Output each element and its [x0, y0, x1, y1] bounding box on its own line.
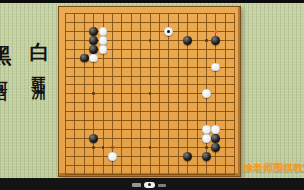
goban-grid	[61, 9, 239, 179]
top-letterbox-bar	[0, 0, 304, 3]
black-stone	[202, 152, 211, 161]
white-player-name: 韩一洲	[32, 66, 46, 78]
video-frame[interactable]: 黑 柯洁 白 韩一洲 徐老师围棋教室	[0, 0, 304, 190]
star-point	[205, 39, 208, 42]
black-stone	[89, 27, 98, 36]
white-stone	[99, 45, 108, 54]
black-stone	[80, 54, 89, 63]
black-player-name: 柯洁	[0, 68, 8, 80]
star-point	[92, 146, 95, 149]
black-stone	[183, 152, 192, 161]
quality-label	[132, 183, 141, 187]
star-point	[92, 92, 95, 95]
black-stone	[89, 45, 98, 54]
white-stone	[211, 125, 220, 134]
star-point	[205, 146, 208, 149]
go-board	[58, 6, 241, 177]
white-stone	[99, 27, 108, 36]
dot-marker	[102, 146, 105, 149]
black-stone	[183, 36, 192, 45]
star-point	[149, 146, 152, 149]
white-stone	[202, 125, 211, 134]
black-stone	[89, 36, 98, 45]
playback-toggle[interactable]	[144, 182, 155, 188]
black-stone	[211, 143, 220, 152]
white-stone	[202, 89, 211, 98]
triangle-marker	[214, 29, 218, 33]
speed-label	[158, 184, 166, 188]
white-stone	[89, 54, 98, 63]
white-stone	[202, 134, 211, 143]
black-stone	[211, 36, 220, 45]
star-point	[149, 39, 152, 42]
star-point	[149, 92, 152, 95]
black-stone	[211, 134, 220, 143]
white-stone	[99, 36, 108, 45]
channel-watermark: 徐老师围棋教室	[243, 161, 304, 174]
white-stone	[108, 152, 117, 161]
black-stone	[89, 134, 98, 143]
toggle-knob-icon	[148, 183, 151, 186]
white-stone	[211, 63, 220, 72]
dot-marker	[111, 146, 114, 149]
